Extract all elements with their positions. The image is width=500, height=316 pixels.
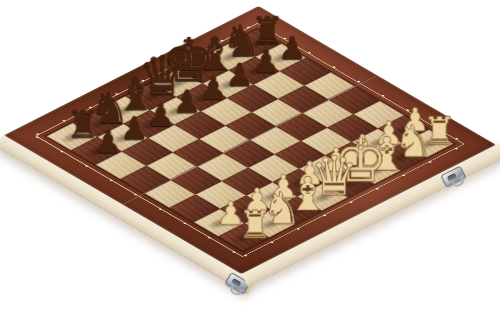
piece-dark-pawn[interactable]: ♟ <box>120 112 149 144</box>
piece-dark-pawn[interactable]: ♟ <box>173 86 202 118</box>
piece-dark-pawn[interactable]: ♟ <box>278 32 307 64</box>
product-photo-background: ♜♞♝♛♚♝♞♜♟♟♟♟♟♟♟♟♟♟♟♟♟♟♟♟♜♞♝♛♚♝♞♜ <box>0 0 500 316</box>
piece-dark-pawn[interactable]: ♟ <box>199 72 228 104</box>
piece-dark-pawn[interactable]: ♟ <box>225 59 254 91</box>
piece-light-rook[interactable]: ♜ <box>238 206 272 244</box>
square-c5[interactable] <box>173 139 224 167</box>
piece-dark-pawn[interactable]: ♟ <box>146 99 175 131</box>
piece-dark-pawn[interactable]: ♟ <box>94 126 123 158</box>
chess-board: ♜♞♝♛♚♝♞♜♟♟♟♟♟♟♟♟♟♟♟♟♟♟♟♟♜♞♝♛♚♝♞♜ <box>4 6 496 274</box>
piece-dark-pawn[interactable]: ♟ <box>252 45 281 77</box>
